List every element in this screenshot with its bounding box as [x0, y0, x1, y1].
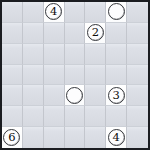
cell-r1c4[interactable]: 2 — [85, 23, 106, 44]
clue-number: 3 — [113, 89, 120, 101]
cell-r0c0[interactable] — [2, 2, 23, 23]
cell-r0c6[interactable] — [127, 2, 148, 23]
cell-r6c3[interactable] — [65, 127, 86, 148]
cell-r3c3[interactable] — [65, 65, 86, 86]
circle-clue: 4 — [108, 129, 125, 146]
circle-clue: 6 — [3, 129, 20, 146]
cell-r1c1[interactable] — [23, 23, 44, 44]
cell-r1c5[interactable] — [106, 23, 127, 44]
cell-r5c4[interactable] — [85, 106, 106, 127]
cell-r4c2[interactable] — [44, 85, 65, 106]
cell-r0c3[interactable] — [65, 2, 86, 23]
empty-circle — [108, 3, 125, 20]
cell-r6c4[interactable] — [85, 127, 106, 148]
circle-clue: 4 — [45, 3, 62, 20]
cell-r0c2[interactable]: 4 — [44, 2, 65, 23]
cell-r4c4[interactable] — [85, 85, 106, 106]
cell-r3c2[interactable] — [44, 65, 65, 86]
cell-r0c1[interactable] — [23, 2, 44, 23]
clue-number: 4 — [50, 6, 57, 18]
cell-r3c5[interactable] — [106, 65, 127, 86]
empty-circle — [66, 87, 83, 104]
cell-r6c6[interactable] — [127, 127, 148, 148]
cell-r2c3[interactable] — [65, 44, 86, 65]
circle-clue: 3 — [108, 87, 125, 104]
cell-r4c3[interactable] — [65, 85, 86, 106]
cell-r1c3[interactable] — [65, 23, 86, 44]
cell-r6c1[interactable] — [23, 127, 44, 148]
clue-number: 4 — [113, 131, 120, 143]
cell-r2c0[interactable] — [2, 44, 23, 65]
cell-r0c4[interactable] — [85, 2, 106, 23]
cell-r4c6[interactable] — [127, 85, 148, 106]
circle-clue: 2 — [87, 24, 104, 41]
cell-r4c1[interactable] — [23, 85, 44, 106]
cell-r5c1[interactable] — [23, 106, 44, 127]
cell-r1c2[interactable] — [44, 23, 65, 44]
cell-r2c5[interactable] — [106, 44, 127, 65]
cell-r2c6[interactable] — [127, 44, 148, 65]
cell-r1c6[interactable] — [127, 23, 148, 44]
cell-r5c6[interactable] — [127, 106, 148, 127]
cell-r6c5[interactable]: 4 — [106, 127, 127, 148]
clue-number: 6 — [8, 131, 15, 143]
cell-r0c5[interactable] — [106, 2, 127, 23]
cell-r5c0[interactable] — [2, 106, 23, 127]
cell-r4c0[interactable] — [2, 85, 23, 106]
cell-r5c2[interactable] — [44, 106, 65, 127]
cell-r5c3[interactable] — [65, 106, 86, 127]
cell-r1c0[interactable] — [2, 23, 23, 44]
cell-r3c0[interactable] — [2, 65, 23, 86]
cell-r3c4[interactable] — [85, 65, 106, 86]
clue-number: 2 — [92, 27, 99, 39]
cell-r3c1[interactable] — [23, 65, 44, 86]
cell-r5c5[interactable] — [106, 106, 127, 127]
cell-r2c4[interactable] — [85, 44, 106, 65]
cell-r6c0[interactable]: 6 — [2, 127, 23, 148]
cell-r3c6[interactable] — [127, 65, 148, 86]
cell-r4c5[interactable]: 3 — [106, 85, 127, 106]
puzzle-board: 42364 — [0, 0, 150, 150]
cell-r2c1[interactable] — [23, 44, 44, 65]
cell-r2c2[interactable] — [44, 44, 65, 65]
cell-r6c2[interactable] — [44, 127, 65, 148]
